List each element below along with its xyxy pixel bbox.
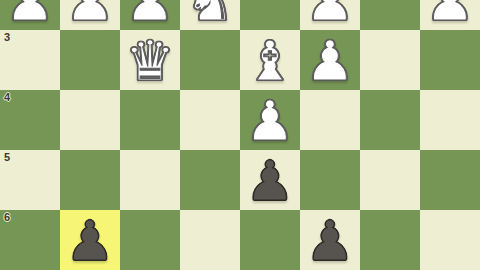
- white-pawn-piece[interactable]: ♟: [120, 0, 180, 30]
- white-pawn-piece[interactable]: ♟: [0, 0, 60, 30]
- rank-label-4: 4: [4, 91, 10, 103]
- square-h5[interactable]: 5: [0, 150, 60, 210]
- square-c4[interactable]: [300, 90, 360, 150]
- square-b5[interactable]: [360, 150, 420, 210]
- square-f2[interactable]: ♟: [120, 0, 180, 30]
- square-f3[interactable]: ♛: [120, 30, 180, 90]
- square-d5[interactable]: ♟: [240, 150, 300, 210]
- white-pawn-piece[interactable]: ♟: [420, 0, 480, 30]
- square-d2[interactable]: [240, 0, 300, 30]
- rank-label-3: 3: [4, 31, 10, 43]
- square-b6[interactable]: [360, 210, 420, 270]
- square-c3[interactable]: ♟: [300, 30, 360, 90]
- square-h3[interactable]: 3: [0, 30, 60, 90]
- rank-label-6: 6: [4, 211, 10, 223]
- square-g6[interactable]: ♟: [60, 210, 120, 270]
- square-c5[interactable]: [300, 150, 360, 210]
- black-pawn-piece[interactable]: ♟: [60, 210, 120, 270]
- square-a2[interactable]: ♟: [420, 0, 480, 30]
- black-pawn-piece[interactable]: ♟: [240, 150, 300, 210]
- square-e2[interactable]: ♞: [180, 0, 240, 30]
- square-d6[interactable]: [240, 210, 300, 270]
- square-b3[interactable]: [360, 30, 420, 90]
- rank-label-5: 5: [4, 151, 10, 163]
- square-g3[interactable]: [60, 30, 120, 90]
- square-a3[interactable]: [420, 30, 480, 90]
- square-c2[interactable]: ♟: [300, 0, 360, 30]
- square-a5[interactable]: [420, 150, 480, 210]
- square-a6[interactable]: [420, 210, 480, 270]
- square-g2[interactable]: ♟: [60, 0, 120, 30]
- chessboard-viewport: ♟♟♟♞♟♟3♛♝♟4♟5♟6♟♟: [0, 0, 480, 270]
- square-g5[interactable]: [60, 150, 120, 210]
- white-pawn-piece[interactable]: ♟: [240, 90, 300, 150]
- white-knight-piece[interactable]: ♞: [180, 0, 240, 30]
- black-pawn-piece[interactable]: ♟: [300, 210, 360, 270]
- white-bishop-piece[interactable]: ♝: [240, 30, 300, 90]
- square-h6[interactable]: 6: [0, 210, 60, 270]
- white-queen-piece[interactable]: ♛: [120, 30, 180, 90]
- square-h4[interactable]: 4: [0, 90, 60, 150]
- square-e5[interactable]: [180, 150, 240, 210]
- square-e6[interactable]: [180, 210, 240, 270]
- white-pawn-piece[interactable]: ♟: [300, 0, 360, 30]
- white-pawn-piece[interactable]: ♟: [300, 30, 360, 90]
- square-f5[interactable]: [120, 150, 180, 210]
- square-h2[interactable]: ♟: [0, 0, 60, 30]
- square-e4[interactable]: [180, 90, 240, 150]
- white-pawn-piece[interactable]: ♟: [60, 0, 120, 30]
- square-e3[interactable]: [180, 30, 240, 90]
- square-d4[interactable]: ♟: [240, 90, 300, 150]
- square-c6[interactable]: ♟: [300, 210, 360, 270]
- square-a4[interactable]: [420, 90, 480, 150]
- square-f6[interactable]: [120, 210, 180, 270]
- square-b2[interactable]: [360, 0, 420, 30]
- square-b4[interactable]: [360, 90, 420, 150]
- square-f4[interactable]: [120, 90, 180, 150]
- square-d3[interactable]: ♝: [240, 30, 300, 90]
- square-g4[interactable]: [60, 90, 120, 150]
- chessboard: ♟♟♟♞♟♟3♛♝♟4♟5♟6♟♟: [0, 0, 480, 270]
